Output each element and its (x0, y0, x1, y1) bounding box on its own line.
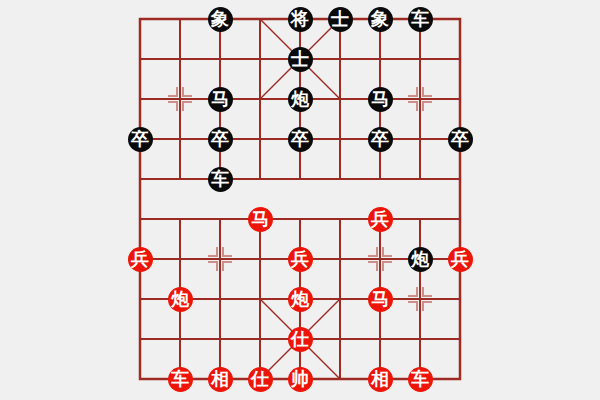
marker-corner (168, 87, 178, 97)
piece-red-general[interactable]: 帅 (288, 367, 313, 392)
marker-corner (222, 247, 232, 257)
marker-corner (208, 247, 218, 257)
marker-corner (368, 247, 378, 257)
piece-black-soldier[interactable]: 卒 (288, 127, 313, 152)
marker-corner (408, 101, 418, 111)
marker-corner (408, 87, 418, 97)
marker-corner (182, 87, 192, 97)
piece-black-soldier[interactable]: 卒 (448, 127, 473, 152)
xiangqi-board: 象将士象车士马炮马卒卒卒卒卒车炮马兵兵兵兵炮炮马仕车相仕帅相车 (0, 0, 600, 400)
point-marker (408, 287, 432, 311)
marker-corner (408, 287, 418, 297)
marker-corner (368, 261, 378, 271)
marker-corner (422, 287, 432, 297)
piece-red-advisor[interactable]: 仕 (248, 367, 273, 392)
piece-black-chariot[interactable]: 车 (208, 167, 233, 192)
marker-corner (208, 261, 218, 271)
piece-black-advisor[interactable]: 士 (288, 47, 313, 72)
piece-red-elephant[interactable]: 相 (368, 367, 393, 392)
piece-red-cannon[interactable]: 炮 (168, 287, 193, 312)
marker-corner (422, 301, 432, 311)
piece-black-soldier[interactable]: 卒 (368, 127, 393, 152)
marker-corner (408, 301, 418, 311)
piece-black-advisor[interactable]: 士 (328, 7, 353, 32)
piece-black-general[interactable]: 将 (288, 7, 313, 32)
marker-corner (168, 101, 178, 111)
piece-black-cannon[interactable]: 炮 (288, 87, 313, 112)
point-marker (208, 247, 232, 271)
piece-red-advisor[interactable]: 仕 (288, 327, 313, 352)
piece-black-soldier[interactable]: 卒 (128, 127, 153, 152)
marker-corner (422, 101, 432, 111)
app-window: 象将士象车士马炮马卒卒卒卒卒车炮马兵兵兵兵炮炮马仕车相仕帅相车 (0, 0, 600, 400)
piece-black-soldier[interactable]: 卒 (208, 127, 233, 152)
piece-red-soldier[interactable]: 兵 (288, 247, 313, 272)
marker-corner (182, 101, 192, 111)
point-marker (168, 87, 192, 111)
piece-red-chariot[interactable]: 车 (168, 367, 193, 392)
point-marker (408, 87, 432, 111)
point-marker (368, 247, 392, 271)
piece-black-chariot[interactable]: 车 (408, 7, 433, 32)
marker-corner (222, 261, 232, 271)
piece-red-soldier[interactable]: 兵 (448, 247, 473, 272)
piece-red-chariot[interactable]: 车 (408, 367, 433, 392)
piece-red-horse[interactable]: 马 (248, 207, 273, 232)
marker-corner (382, 261, 392, 271)
piece-black-cannon[interactable]: 炮 (408, 247, 433, 272)
piece-red-soldier[interactable]: 兵 (128, 247, 153, 272)
piece-black-horse[interactable]: 马 (368, 87, 393, 112)
piece-black-elephant[interactable]: 象 (368, 7, 393, 32)
piece-red-soldier[interactable]: 兵 (368, 207, 393, 232)
piece-red-elephant[interactable]: 相 (208, 367, 233, 392)
marker-corner (382, 247, 392, 257)
piece-black-horse[interactable]: 马 (208, 87, 233, 112)
marker-corner (422, 87, 432, 97)
piece-black-elephant[interactable]: 象 (208, 7, 233, 32)
piece-red-cannon[interactable]: 炮 (288, 287, 313, 312)
piece-red-horse[interactable]: 马 (368, 287, 393, 312)
